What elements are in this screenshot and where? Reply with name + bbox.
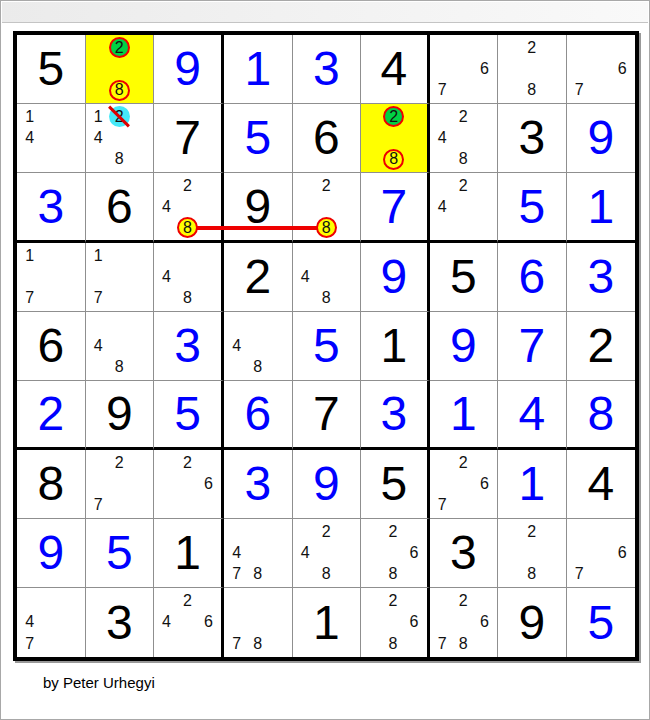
candidate-8-yellow: 8 bbox=[177, 217, 198, 238]
cell-value-solved: 1 bbox=[244, 45, 271, 93]
candidate-2: 2 bbox=[109, 452, 130, 473]
cell-r8c9[interactable]: 67 bbox=[567, 519, 636, 588]
candidate-2-green: 2 bbox=[109, 37, 130, 58]
cell-value-given: 2 bbox=[587, 322, 614, 370]
candidate-4: 4 bbox=[295, 266, 316, 287]
cell-value-given: 9 bbox=[518, 599, 545, 647]
cell-r7c2[interactable]: 27 bbox=[86, 450, 155, 519]
candidate-7: 7 bbox=[19, 288, 40, 309]
cell-r2c2[interactable]: 1248 bbox=[86, 104, 155, 173]
cell-r6c5[interactable]: 7 bbox=[293, 381, 362, 450]
cell-r3c3[interactable]: 248 bbox=[154, 173, 224, 243]
cell-value-solved: 3 bbox=[587, 253, 614, 301]
cell-r5c3[interactable]: 3 bbox=[154, 312, 224, 381]
cell-value-solved: 1 bbox=[518, 460, 545, 508]
title-bar bbox=[2, 2, 648, 23]
cell-r3c9[interactable]: 1 bbox=[567, 173, 636, 243]
cell-r7c7[interactable]: 267 bbox=[430, 450, 499, 519]
cell-r5c5[interactable]: 5 bbox=[293, 312, 362, 381]
chain-link-line bbox=[188, 226, 327, 230]
candidate-2: 2 bbox=[453, 590, 474, 611]
cell-r4c5[interactable]: 48 bbox=[293, 243, 362, 312]
cell-r4c6[interactable]: 9 bbox=[361, 243, 430, 312]
cell-value-given: 8 bbox=[37, 460, 64, 508]
candidate-7: 7 bbox=[432, 634, 453, 655]
cell-value-given: 2 bbox=[244, 253, 271, 301]
cell-r3c6[interactable]: 7 bbox=[361, 173, 430, 243]
candidate-4: 4 bbox=[226, 542, 247, 563]
cell-r1c8[interactable]: 28 bbox=[498, 35, 567, 104]
cell-value-given: 7 bbox=[313, 390, 340, 438]
candidate-6: 6 bbox=[404, 542, 425, 563]
candidate-6: 6 bbox=[404, 612, 425, 633]
cell-r6c4[interactable]: 6 bbox=[224, 381, 293, 450]
cell-r2c6[interactable]: 28 bbox=[361, 104, 430, 173]
candidate-6: 6 bbox=[474, 612, 495, 633]
cell-value-solved: 5 bbox=[518, 183, 545, 231]
candidate-8: 8 bbox=[383, 634, 404, 655]
cell-r3c5[interactable]: 28 bbox=[293, 173, 362, 243]
cell-value-solved: 5 bbox=[587, 599, 614, 647]
cell-value-given: 3 bbox=[106, 599, 133, 647]
cell-r7c8[interactable]: 1 bbox=[498, 450, 567, 519]
candidate-8: 8 bbox=[109, 149, 130, 170]
cell-value-solved: 5 bbox=[174, 390, 201, 438]
candidate-4: 4 bbox=[295, 542, 316, 563]
candidate-8: 8 bbox=[383, 564, 404, 585]
cell-r8c5[interactable]: 248 bbox=[293, 519, 362, 588]
candidate-8: 8 bbox=[453, 149, 474, 170]
cell-r2c9[interactable]: 9 bbox=[567, 104, 636, 173]
cell-r6c9[interactable]: 8 bbox=[567, 381, 636, 450]
candidate-1: 1 bbox=[88, 245, 109, 266]
candidate-6: 6 bbox=[474, 58, 495, 79]
cell-value-given: 3 bbox=[518, 114, 545, 162]
cell-value-solved: 7 bbox=[380, 183, 407, 231]
candidate-8: 8 bbox=[247, 634, 268, 655]
cell-r5c6[interactable]: 1 bbox=[361, 312, 430, 381]
candidate-8: 8 bbox=[177, 288, 198, 309]
candidate-2: 2 bbox=[177, 175, 198, 196]
cell-value-solved: 5 bbox=[244, 114, 271, 162]
candidate-2: 2 bbox=[453, 452, 474, 473]
candidate-8: 8 bbox=[247, 564, 268, 585]
cell-r3c4[interactable]: 9 bbox=[224, 173, 293, 243]
cell-r1c2[interactable]: 28 bbox=[86, 35, 155, 104]
cell-r3c7[interactable]: 24 bbox=[430, 173, 499, 243]
cell-value-given: 6 bbox=[37, 322, 64, 370]
cell-value-solved: 4 bbox=[518, 390, 545, 438]
cell-r9c2[interactable]: 3 bbox=[86, 588, 155, 657]
cell-r4c2[interactable]: 17 bbox=[86, 243, 155, 312]
cell-r3c8[interactable]: 5 bbox=[498, 173, 567, 243]
cell-r3c2[interactable]: 6 bbox=[86, 173, 155, 243]
cell-r9c6[interactable]: 268 bbox=[361, 588, 430, 657]
cell-value-given: 5 bbox=[37, 45, 64, 93]
candidate-4: 4 bbox=[88, 127, 109, 148]
cell-r7c5[interactable]: 9 bbox=[293, 450, 362, 519]
cell-r9c3[interactable]: 246 bbox=[154, 588, 224, 657]
candidate-2-cyan-slash: 2 bbox=[109, 106, 130, 127]
cell-r5c4[interactable]: 48 bbox=[224, 312, 293, 381]
candidate-6: 6 bbox=[198, 612, 219, 633]
cell-value-solved: 9 bbox=[587, 114, 614, 162]
cell-r8c2[interactable]: 5 bbox=[86, 519, 155, 588]
cell-value-solved: 1 bbox=[587, 183, 614, 231]
app-window: 5289134672867141248756282483936248928724… bbox=[0, 0, 650, 720]
cell-value-solved: 7 bbox=[518, 322, 545, 370]
cell-value-given: 1 bbox=[313, 599, 340, 647]
cell-r8c8[interactable]: 28 bbox=[498, 519, 567, 588]
cell-r7c3[interactable]: 26 bbox=[154, 450, 224, 519]
cell-value-given: 6 bbox=[313, 114, 340, 162]
cell-r1c5[interactable]: 3 bbox=[293, 35, 362, 104]
candidate-7: 7 bbox=[432, 495, 453, 516]
cell-r9c9[interactable]: 5 bbox=[567, 588, 636, 657]
cell-r2c7[interactable]: 248 bbox=[430, 104, 499, 173]
cell-r1c1[interactable]: 5 bbox=[17, 35, 86, 104]
candidate-7: 7 bbox=[88, 288, 109, 309]
candidate-4: 4 bbox=[19, 612, 40, 633]
cell-r1c4[interactable]: 1 bbox=[224, 35, 293, 104]
cell-value-solved: 3 bbox=[174, 322, 201, 370]
candidate-4: 4 bbox=[19, 127, 40, 148]
cell-r6c8[interactable]: 4 bbox=[498, 381, 567, 450]
candidate-4: 4 bbox=[88, 335, 109, 356]
candidate-6: 6 bbox=[198, 473, 219, 494]
cell-r9c4[interactable]: 78 bbox=[224, 588, 293, 657]
cell-value-solved: 6 bbox=[518, 253, 545, 301]
cell-value-given: 7 bbox=[174, 114, 201, 162]
candidate-8: 8 bbox=[521, 564, 542, 585]
candidate-2: 2 bbox=[383, 521, 404, 542]
cell-value-solved: 9 bbox=[313, 460, 340, 508]
cell-r4c7[interactable]: 5 bbox=[430, 243, 499, 312]
sudoku-board: 5289134672867141248756282483936248928724… bbox=[13, 31, 639, 661]
candidate-7: 7 bbox=[226, 634, 247, 655]
cell-r8c6[interactable]: 268 bbox=[361, 519, 430, 588]
cell-value-solved: 3 bbox=[313, 45, 340, 93]
candidate-8-yellow: 8 bbox=[316, 217, 337, 238]
candidate-4: 4 bbox=[432, 127, 453, 148]
cell-r2c8[interactable]: 3 bbox=[498, 104, 567, 173]
candidate-8-ring: 8 bbox=[383, 149, 404, 170]
cell-r1c9[interactable]: 67 bbox=[567, 35, 636, 104]
candidate-6: 6 bbox=[474, 473, 495, 494]
candidate-4: 4 bbox=[156, 266, 177, 287]
candidate-7: 7 bbox=[226, 564, 247, 585]
cell-value-given: 4 bbox=[587, 460, 614, 508]
cell-value-solved: 9 bbox=[37, 529, 64, 577]
candidate-2: 2 bbox=[383, 590, 404, 611]
cell-value-solved: 2 bbox=[37, 390, 64, 438]
candidate-7: 7 bbox=[19, 634, 40, 655]
cell-value-given: 5 bbox=[380, 460, 407, 508]
candidate-8: 8 bbox=[453, 634, 474, 655]
candidate-2: 2 bbox=[453, 175, 474, 196]
cell-value-solved: 3 bbox=[380, 390, 407, 438]
cell-r8c4[interactable]: 478 bbox=[224, 519, 293, 588]
cell-r4c1[interactable]: 17 bbox=[17, 243, 86, 312]
cell-r2c4[interactable]: 5 bbox=[224, 104, 293, 173]
cell-r6c1[interactable]: 2 bbox=[17, 381, 86, 450]
cell-r5c8[interactable]: 7 bbox=[498, 312, 567, 381]
candidate-4: 4 bbox=[432, 196, 453, 217]
candidate-8: 8 bbox=[247, 357, 268, 378]
cell-value-given: 1 bbox=[174, 529, 201, 577]
cell-value-given: 4 bbox=[380, 45, 407, 93]
cell-value-given: 9 bbox=[106, 390, 133, 438]
candidate-1: 1 bbox=[19, 106, 40, 127]
cell-r5c1[interactable]: 6 bbox=[17, 312, 86, 381]
cell-value-solved: 9 bbox=[174, 45, 201, 93]
candidate-1: 1 bbox=[88, 106, 109, 127]
candidate-2: 2 bbox=[177, 590, 198, 611]
cell-r9c8[interactable]: 9 bbox=[498, 588, 567, 657]
candidate-6: 6 bbox=[612, 542, 633, 563]
cell-value-solved: 9 bbox=[450, 322, 477, 370]
cell-value-solved: 5 bbox=[106, 529, 133, 577]
cell-r4c9[interactable]: 3 bbox=[567, 243, 636, 312]
cell-r7c9[interactable]: 4 bbox=[567, 450, 636, 519]
candidate-1: 1 bbox=[19, 245, 40, 266]
cell-r8c7[interactable]: 3 bbox=[430, 519, 499, 588]
cell-r1c7[interactable]: 67 bbox=[430, 35, 499, 104]
candidate-2: 2 bbox=[316, 521, 337, 542]
cell-r6c7[interactable]: 1 bbox=[430, 381, 499, 450]
candidate-7: 7 bbox=[569, 80, 590, 101]
cell-r6c2[interactable]: 9 bbox=[86, 381, 155, 450]
cell-value-solved: 9 bbox=[380, 253, 407, 301]
candidate-7: 7 bbox=[88, 495, 109, 516]
cell-r5c7[interactable]: 9 bbox=[430, 312, 499, 381]
candidate-7: 7 bbox=[432, 80, 453, 101]
cell-r4c8[interactable]: 6 bbox=[498, 243, 567, 312]
cell-r9c1[interactable]: 47 bbox=[17, 588, 86, 657]
cell-value-solved: 5 bbox=[313, 322, 340, 370]
cell-r7c1[interactable]: 8 bbox=[17, 450, 86, 519]
candidate-2: 2 bbox=[521, 521, 542, 542]
cell-r3c1[interactable]: 3 bbox=[17, 173, 86, 243]
cell-r8c1[interactable]: 9 bbox=[17, 519, 86, 588]
candidate-6: 6 bbox=[612, 58, 633, 79]
cell-r6c3[interactable]: 5 bbox=[154, 381, 224, 450]
candidate-8: 8 bbox=[521, 80, 542, 101]
cell-r4c4[interactable]: 2 bbox=[224, 243, 293, 312]
candidate-2: 2 bbox=[316, 175, 337, 196]
candidate-2: 2 bbox=[453, 106, 474, 127]
cell-r1c6[interactable]: 4 bbox=[361, 35, 430, 104]
candidate-8: 8 bbox=[316, 564, 337, 585]
cell-r5c2[interactable]: 48 bbox=[86, 312, 155, 381]
candidate-2: 2 bbox=[521, 37, 542, 58]
candidate-8: 8 bbox=[316, 288, 337, 309]
cell-value-given: 3 bbox=[450, 529, 477, 577]
cell-r2c3[interactable]: 7 bbox=[154, 104, 224, 173]
cell-value-solved: 6 bbox=[244, 390, 271, 438]
cell-r7c6[interactable]: 5 bbox=[361, 450, 430, 519]
candidate-8: 8 bbox=[109, 357, 130, 378]
cell-r7c4[interactable]: 3 bbox=[224, 450, 293, 519]
cell-r9c5[interactable]: 1 bbox=[293, 588, 362, 657]
cell-value-solved: 8 bbox=[587, 390, 614, 438]
candidate-4: 4 bbox=[226, 335, 247, 356]
cell-value-given: 6 bbox=[106, 183, 133, 231]
cell-value-solved: 3 bbox=[37, 183, 64, 231]
cell-r2c5[interactable]: 6 bbox=[293, 104, 362, 173]
cell-value-solved: 1 bbox=[450, 390, 477, 438]
candidate-8-ring: 8 bbox=[109, 80, 130, 101]
cell-value-given: 5 bbox=[450, 253, 477, 301]
credit-text: by Peter Urhegyi bbox=[43, 674, 155, 691]
cell-value-given: 9 bbox=[244, 183, 271, 231]
cell-r9c7[interactable]: 2678 bbox=[430, 588, 499, 657]
candidate-2: 2 bbox=[177, 452, 198, 473]
candidate-4: 4 bbox=[156, 612, 177, 633]
cell-r6c6[interactable]: 3 bbox=[361, 381, 430, 450]
candidate-2-green: 2 bbox=[383, 106, 404, 127]
cell-value-given: 1 bbox=[380, 322, 407, 370]
candidate-4: 4 bbox=[156, 196, 177, 217]
cell-value-solved: 3 bbox=[244, 460, 271, 508]
cell-r1c3[interactable]: 9 bbox=[154, 35, 224, 104]
cell-r2c1[interactable]: 14 bbox=[17, 104, 86, 173]
cell-r4c3[interactable]: 48 bbox=[154, 243, 224, 312]
cell-r8c3[interactable]: 1 bbox=[154, 519, 224, 588]
cell-r5c9[interactable]: 2 bbox=[567, 312, 636, 381]
candidate-7: 7 bbox=[569, 564, 590, 585]
